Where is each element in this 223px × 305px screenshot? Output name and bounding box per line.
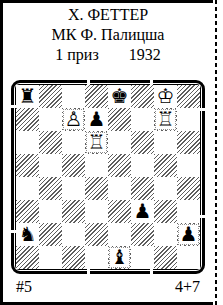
square-h6 — [177, 131, 200, 154]
square-b4 — [39, 177, 62, 200]
square-a8: ♜ — [16, 85, 39, 108]
border-tick — [11, 105, 16, 108]
square-a5 — [16, 154, 39, 177]
border-tick — [150, 269, 153, 274]
border-tick — [150, 80, 153, 85]
border-tick — [200, 108, 205, 111]
square-e2 — [108, 223, 131, 246]
square-g1 — [154, 246, 177, 269]
piece-black-knight: ♞ — [16, 223, 39, 246]
piece-white-pawn: ♙ — [62, 108, 85, 131]
square-d1 — [85, 246, 108, 269]
square-e8: ♚ — [108, 85, 131, 108]
square-f5 — [131, 154, 154, 177]
piece-black-pawn: ♟ — [85, 108, 108, 131]
chess-board: ♜♚♔♙♟♖♖♟♞♟♝ — [11, 80, 205, 274]
square-f6 — [131, 131, 154, 154]
square-e3 — [108, 200, 131, 223]
square-a4 — [16, 177, 39, 200]
square-b2 — [39, 223, 62, 246]
square-h5 — [177, 154, 200, 177]
award-line: 1 приз 1932 — [0, 45, 216, 65]
square-h7 — [177, 108, 200, 131]
square-g2 — [154, 223, 177, 246]
square-b8 — [39, 85, 62, 108]
square-g6 — [154, 131, 177, 154]
card-border-top — [0, 0, 213, 3]
square-f3: ♟ — [131, 200, 154, 223]
piece-white-rook: ♖ — [154, 108, 177, 131]
square-a6 — [16, 131, 39, 154]
square-f7 — [131, 108, 154, 131]
year-label: 1932 — [129, 45, 161, 65]
square-f2 — [131, 223, 154, 246]
square-d6: ♖ — [85, 131, 108, 154]
border-tick — [200, 215, 205, 218]
square-e6 — [108, 131, 131, 154]
square-a7 — [16, 108, 39, 131]
square-e7 — [108, 108, 131, 131]
square-c1 — [62, 246, 85, 269]
square-b6 — [39, 131, 62, 154]
piece-black-bishop: ♝ — [108, 246, 131, 269]
square-g5 — [154, 154, 177, 177]
piece-white-king: ♔ — [154, 85, 177, 108]
square-c6 — [62, 131, 85, 154]
border-tick — [87, 269, 90, 274]
square-g7: ♖ — [154, 108, 177, 131]
square-e1: ♝ — [108, 246, 131, 269]
square-d2 — [85, 223, 108, 246]
chess-problem-card: { "game": "chess", "diagram_type": "prin… — [0, 0, 223, 305]
square-f8 — [131, 85, 154, 108]
square-a2: ♞ — [16, 223, 39, 246]
tourney-name: МК Ф. Палицша — [0, 25, 216, 45]
square-c5 — [62, 154, 85, 177]
stipulation-label: #5 — [16, 277, 32, 297]
border-tick — [11, 230, 16, 233]
square-g3 — [154, 200, 177, 223]
square-d8 — [85, 85, 108, 108]
square-c4 — [62, 177, 85, 200]
square-h4 — [177, 177, 200, 200]
square-b1 — [39, 246, 62, 269]
square-e5 — [108, 154, 131, 177]
square-g8: ♔ — [154, 85, 177, 108]
square-h1 — [177, 246, 200, 269]
square-b5 — [39, 154, 62, 177]
square-h3 — [177, 200, 200, 223]
square-b3 — [39, 200, 62, 223]
square-f4 — [131, 177, 154, 200]
square-a1 — [16, 246, 39, 269]
square-c2 — [62, 223, 85, 246]
piece-black-pawn: ♟ — [177, 223, 200, 246]
square-d5 — [85, 154, 108, 177]
composer-name: Х. ФЕТТЕР — [0, 5, 216, 25]
piece-black-king: ♚ — [108, 85, 131, 108]
square-h2: ♟ — [177, 223, 200, 246]
square-d7: ♟ — [85, 108, 108, 131]
award-label: 1 приз — [55, 45, 98, 65]
material-count-label: 4+7 — [175, 277, 200, 297]
square-g4 — [154, 177, 177, 200]
piece-black-rook: ♜ — [16, 85, 39, 108]
caption-row: #5 4+7 — [0, 277, 216, 297]
border-tick — [87, 80, 90, 85]
square-e4 — [108, 177, 131, 200]
square-a3 — [16, 200, 39, 223]
square-c7: ♙ — [62, 108, 85, 131]
square-b7 — [39, 108, 62, 131]
piece-white-rook: ♖ — [85, 131, 108, 154]
square-c8 — [62, 85, 85, 108]
board-squares: ♜♚♔♙♟♖♖♟♞♟♝ — [16, 85, 200, 269]
square-f1 — [131, 246, 154, 269]
square-d4 — [85, 177, 108, 200]
piece-black-pawn: ♟ — [131, 200, 154, 223]
square-c3 — [62, 200, 85, 223]
square-d3 — [85, 200, 108, 223]
square-h8 — [177, 85, 200, 108]
